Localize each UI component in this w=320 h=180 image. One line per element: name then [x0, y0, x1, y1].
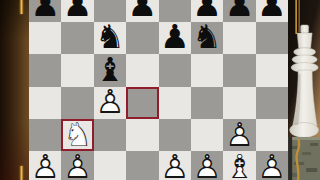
square-d5[interactable] — [126, 54, 158, 86]
white-pawn: ♟♙ — [256, 151, 288, 180]
square-f2[interactable]: ♟♙ — [191, 151, 223, 180]
square-c4[interactable]: ♟♙ — [94, 87, 126, 119]
black-pawn: ♟ — [223, 0, 255, 22]
gold-thread-bottom-left — [20, 166, 23, 180]
square-e2[interactable]: ♟♙ — [159, 151, 191, 180]
square-e6[interactable]: ♟ — [159, 22, 191, 54]
square-h7[interactable]: ♟ — [256, 0, 288, 22]
square-f4[interactable] — [191, 87, 223, 119]
square-a4[interactable] — [29, 87, 61, 119]
glass-king-photo — [288, 0, 320, 180]
square-g7[interactable]: ♟ — [223, 0, 255, 22]
left-wood-backdrop — [0, 0, 29, 180]
square-e4[interactable] — [159, 87, 191, 119]
square-g5[interactable] — [223, 54, 255, 86]
square-b7[interactable]: ♟ — [61, 0, 93, 22]
white-pawn: ♟♙ — [191, 151, 223, 180]
square-a5[interactable] — [29, 54, 61, 86]
gold-string-icon — [296, 0, 299, 34]
black-pawn: ♟ — [159, 22, 191, 54]
square-h4[interactable] — [256, 87, 288, 119]
square-d6[interactable] — [126, 22, 158, 54]
white-pawn: ♟♙ — [94, 87, 126, 119]
square-c3[interactable] — [94, 119, 126, 151]
square-e5[interactable] — [159, 54, 191, 86]
white-bishop: ♝♗ — [223, 151, 255, 180]
square-f6[interactable]: ♞ — [191, 22, 223, 54]
chessboard: ♟♟♟♟♟♟♞♟♞♝♟♙♞♘♟♙♟♙♟♙♟♙♟♙♝♗♟♙ — [29, 0, 288, 180]
square-f5[interactable] — [191, 54, 223, 86]
black-pawn: ♟ — [126, 0, 158, 22]
black-knight: ♞ — [191, 22, 223, 54]
gold-thread-top-left — [20, 0, 23, 14]
white-pawn: ♟♙ — [159, 151, 191, 180]
black-pawn: ♟ — [29, 0, 61, 22]
video-frame: ♟♟♟♟♟♟♞♟♞♝♟♙♞♘♟♙♟♙♟♙♟♙♟♙♝♗♟♙ — [0, 0, 320, 180]
white-pawn: ♟♙ — [29, 151, 61, 180]
black-pawn: ♟ — [61, 0, 93, 22]
square-d4[interactable] — [126, 87, 158, 119]
square-h5[interactable] — [256, 54, 288, 86]
square-c2[interactable] — [94, 151, 126, 180]
white-pawn: ♟♙ — [61, 151, 93, 180]
square-a6[interactable] — [29, 22, 61, 54]
square-g6[interactable] — [223, 22, 255, 54]
square-a7[interactable]: ♟ — [29, 0, 61, 22]
square-g2[interactable]: ♝♗ — [223, 151, 255, 180]
stone-ground — [288, 137, 320, 180]
square-h2[interactable]: ♟♙ — [256, 151, 288, 180]
square-h6[interactable] — [256, 22, 288, 54]
glass-king-icon — [289, 25, 318, 138]
right-photo-backdrop — [288, 0, 320, 180]
square-a2[interactable]: ♟♙ — [29, 151, 61, 180]
square-b5[interactable] — [61, 54, 93, 86]
square-d2[interactable] — [126, 151, 158, 180]
square-d7[interactable]: ♟ — [126, 0, 158, 22]
square-b6[interactable] — [61, 22, 93, 54]
square-b2[interactable]: ♟♙ — [61, 151, 93, 180]
square-d3[interactable] — [126, 119, 158, 151]
black-pawn: ♟ — [256, 0, 288, 22]
